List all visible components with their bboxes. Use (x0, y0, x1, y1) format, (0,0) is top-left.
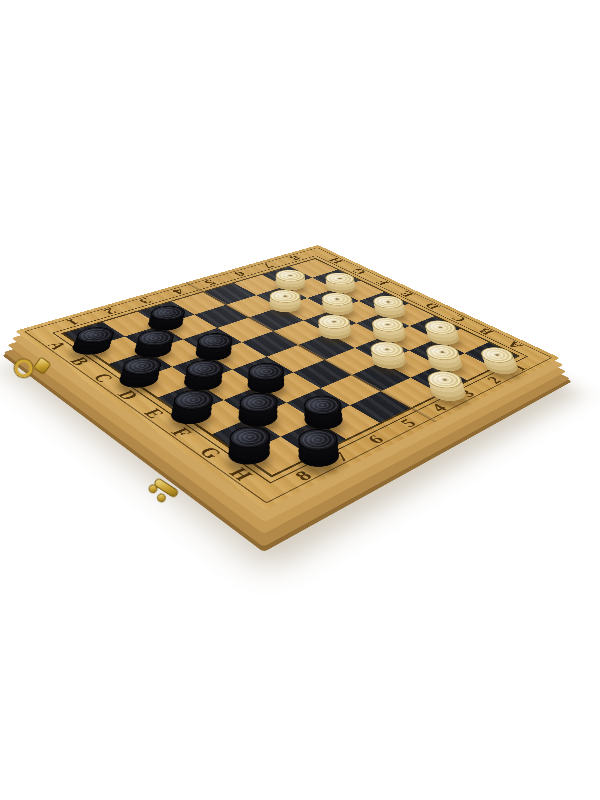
clasp-ring-icon (11, 356, 36, 381)
clasp-plate-icon (33, 356, 52, 375)
playing-area (61, 258, 520, 477)
checkers-board: 1234567887654321ABCDEFGHHGFEDCBA (15, 245, 560, 510)
photo-scene: 1234567887654321ABCDEFGHHGFEDCBA (0, 0, 600, 800)
brass-hinge (142, 472, 186, 513)
